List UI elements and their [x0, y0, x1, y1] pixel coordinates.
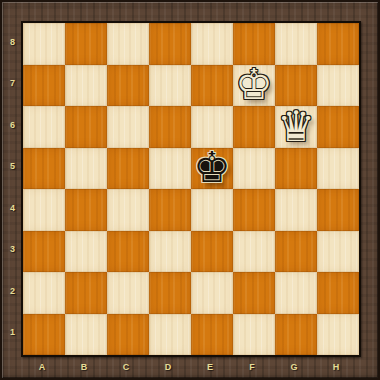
square-d6[interactable]	[149, 106, 191, 148]
file-label-d: D	[147, 355, 189, 378]
square-e2[interactable]	[191, 272, 233, 314]
square-a8[interactable]	[23, 23, 65, 65]
square-f3[interactable]	[233, 231, 275, 273]
square-e1[interactable]	[191, 314, 233, 356]
square-h1[interactable]	[317, 314, 359, 356]
file-coordinates: ABCDEFGH	[21, 355, 357, 378]
file-label-e: E	[189, 355, 231, 378]
square-a4[interactable]	[23, 189, 65, 231]
square-f8[interactable]	[233, 23, 275, 65]
square-b6[interactable]	[65, 106, 107, 148]
square-h7[interactable]	[317, 65, 359, 107]
rank-label-5: 5	[4, 146, 21, 188]
square-c1[interactable]	[107, 314, 149, 356]
square-h4[interactable]	[317, 189, 359, 231]
square-c7[interactable]	[107, 65, 149, 107]
square-d4[interactable]	[149, 189, 191, 231]
square-d2[interactable]	[149, 272, 191, 314]
square-e7[interactable]	[191, 65, 233, 107]
square-e3[interactable]	[191, 231, 233, 273]
rank-coordinates: 87654321	[4, 21, 21, 353]
square-f4[interactable]	[233, 189, 275, 231]
white-queen-icon[interactable]: ♛	[275, 106, 317, 148]
white-king-icon[interactable]: ♚	[233, 65, 275, 107]
square-d7[interactable]	[149, 65, 191, 107]
square-f6[interactable]	[233, 106, 275, 148]
square-g2[interactable]	[275, 272, 317, 314]
square-e5[interactable]: ♚	[191, 148, 233, 190]
square-h6[interactable]	[317, 106, 359, 148]
rank-label-1: 1	[4, 312, 21, 354]
square-a6[interactable]	[23, 106, 65, 148]
square-g1[interactable]	[275, 314, 317, 356]
file-label-f: F	[231, 355, 273, 378]
file-label-c: C	[105, 355, 147, 378]
square-f1[interactable]	[233, 314, 275, 356]
square-h2[interactable]	[317, 272, 359, 314]
file-label-g: G	[273, 355, 315, 378]
rank-label-2: 2	[4, 270, 21, 312]
square-h8[interactable]	[317, 23, 359, 65]
chess-board-frame: 87654321 ♚♛♚ ABCDEFGH	[0, 0, 380, 380]
square-c2[interactable]	[107, 272, 149, 314]
square-b8[interactable]	[65, 23, 107, 65]
square-g3[interactable]	[275, 231, 317, 273]
square-d5[interactable]	[149, 148, 191, 190]
square-a1[interactable]	[23, 314, 65, 356]
square-d8[interactable]	[149, 23, 191, 65]
square-g7[interactable]	[275, 65, 317, 107]
square-e8[interactable]	[191, 23, 233, 65]
rank-label-6: 6	[4, 104, 21, 146]
square-a7[interactable]	[23, 65, 65, 107]
rank-label-7: 7	[4, 63, 21, 105]
square-g8[interactable]	[275, 23, 317, 65]
square-c8[interactable]	[107, 23, 149, 65]
square-e4[interactable]	[191, 189, 233, 231]
square-f2[interactable]	[233, 272, 275, 314]
square-g5[interactable]	[275, 148, 317, 190]
square-h3[interactable]	[317, 231, 359, 273]
black-king-icon[interactable]: ♚	[191, 148, 233, 190]
file-label-h: H	[315, 355, 357, 378]
square-b1[interactable]	[65, 314, 107, 356]
square-b7[interactable]	[65, 65, 107, 107]
rank-label-8: 8	[4, 21, 21, 63]
square-e6[interactable]	[191, 106, 233, 148]
file-label-a: A	[21, 355, 63, 378]
square-a5[interactable]	[23, 148, 65, 190]
rank-label-4: 4	[4, 187, 21, 229]
square-c6[interactable]	[107, 106, 149, 148]
file-label-b: B	[63, 355, 105, 378]
square-f7[interactable]: ♚	[233, 65, 275, 107]
square-a3[interactable]	[23, 231, 65, 273]
square-b3[interactable]	[65, 231, 107, 273]
square-d3[interactable]	[149, 231, 191, 273]
square-c5[interactable]	[107, 148, 149, 190]
square-b4[interactable]	[65, 189, 107, 231]
square-a2[interactable]	[23, 272, 65, 314]
square-b2[interactable]	[65, 272, 107, 314]
square-c4[interactable]	[107, 189, 149, 231]
square-f5[interactable]	[233, 148, 275, 190]
square-c3[interactable]	[107, 231, 149, 273]
square-g6[interactable]: ♛	[275, 106, 317, 148]
square-d1[interactable]	[149, 314, 191, 356]
square-b5[interactable]	[65, 148, 107, 190]
square-g4[interactable]	[275, 189, 317, 231]
square-h5[interactable]	[317, 148, 359, 190]
rank-label-3: 3	[4, 229, 21, 271]
chess-board[interactable]: ♚♛♚	[21, 21, 361, 357]
